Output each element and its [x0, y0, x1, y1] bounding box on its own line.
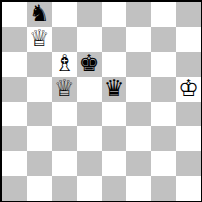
square-c2[interactable]: [52, 151, 77, 176]
square-c7[interactable]: [52, 27, 77, 52]
square-c5[interactable]: ♕: [52, 77, 77, 102]
square-h4[interactable]: [176, 102, 201, 127]
square-b4[interactable]: [27, 102, 52, 127]
square-b7[interactable]: ♕: [27, 27, 52, 52]
square-c3[interactable]: [52, 126, 77, 151]
black-queen-piece[interactable]: ♛: [104, 77, 125, 100]
square-g8[interactable]: [151, 2, 176, 27]
square-g7[interactable]: [151, 27, 176, 52]
square-a8[interactable]: [2, 2, 27, 27]
square-f2[interactable]: [126, 151, 151, 176]
square-g1[interactable]: [151, 176, 176, 201]
white-bishop-piece[interactable]: ♗: [54, 52, 75, 75]
square-d7[interactable]: [77, 27, 102, 52]
square-e4[interactable]: [102, 102, 127, 127]
square-e7[interactable]: [102, 27, 127, 52]
square-d6[interactable]: ♚: [77, 52, 102, 77]
square-b1[interactable]: [27, 176, 52, 201]
square-g6[interactable]: [151, 52, 176, 77]
square-e2[interactable]: [102, 151, 127, 176]
square-f7[interactable]: [126, 27, 151, 52]
square-d3[interactable]: [77, 126, 102, 151]
square-h8[interactable]: [176, 2, 201, 27]
square-h3[interactable]: [176, 126, 201, 151]
white-queen-piece[interactable]: ♕: [54, 77, 75, 100]
square-a4[interactable]: [2, 102, 27, 127]
square-h1[interactable]: [176, 176, 201, 201]
square-e6[interactable]: [102, 52, 127, 77]
square-h6[interactable]: [176, 52, 201, 77]
white-king-piece[interactable]: ♔: [178, 77, 199, 100]
square-f3[interactable]: [126, 126, 151, 151]
square-c8[interactable]: [52, 2, 77, 27]
square-e3[interactable]: [102, 126, 127, 151]
square-f6[interactable]: [126, 52, 151, 77]
square-e5[interactable]: ♛: [102, 77, 127, 102]
black-king-piece[interactable]: ♚: [79, 52, 100, 75]
square-h7[interactable]: [176, 27, 201, 52]
square-g5[interactable]: [151, 77, 176, 102]
square-a5[interactable]: [2, 77, 27, 102]
square-b5[interactable]: [27, 77, 52, 102]
square-a3[interactable]: [2, 126, 27, 151]
square-a6[interactable]: [2, 52, 27, 77]
square-d8[interactable]: [77, 2, 102, 27]
square-b3[interactable]: [27, 126, 52, 151]
square-g3[interactable]: [151, 126, 176, 151]
square-c6[interactable]: ♗: [52, 52, 77, 77]
black-knight-piece[interactable]: ♞: [29, 2, 50, 25]
square-d2[interactable]: [77, 151, 102, 176]
square-d4[interactable]: [77, 102, 102, 127]
square-a1[interactable]: [2, 176, 27, 201]
square-e1[interactable]: [102, 176, 127, 201]
white-queen-piece[interactable]: ♕: [29, 27, 50, 50]
square-a2[interactable]: [2, 151, 27, 176]
square-a7[interactable]: [2, 27, 27, 52]
square-d1[interactable]: [77, 176, 102, 201]
chess-board: ♞♕♗♚♕♛♔: [2, 2, 201, 201]
square-d5[interactable]: [77, 77, 102, 102]
chess-board-frame: ♞♕♗♚♕♛♔: [0, 0, 202, 202]
square-b6[interactable]: [27, 52, 52, 77]
square-h2[interactable]: [176, 151, 201, 176]
square-e8[interactable]: [102, 2, 127, 27]
square-c1[interactable]: [52, 176, 77, 201]
square-g4[interactable]: [151, 102, 176, 127]
square-b8[interactable]: ♞: [27, 2, 52, 27]
square-f8[interactable]: [126, 2, 151, 27]
square-h5[interactable]: ♔: [176, 77, 201, 102]
square-f4[interactable]: [126, 102, 151, 127]
square-f1[interactable]: [126, 176, 151, 201]
square-f5[interactable]: [126, 77, 151, 102]
square-b2[interactable]: [27, 151, 52, 176]
square-g2[interactable]: [151, 151, 176, 176]
square-c4[interactable]: [52, 102, 77, 127]
